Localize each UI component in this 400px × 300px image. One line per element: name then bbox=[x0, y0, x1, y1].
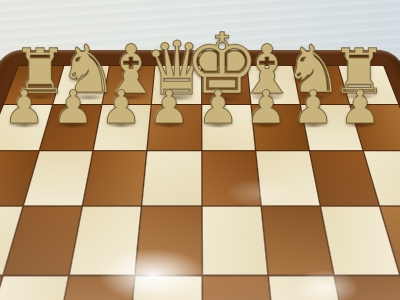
piece-layer: ♜♞♝♛♚♝♞♜♟♟♟♟♟♟♟♟ bbox=[0, 0, 400, 300]
piece-white-pawn-c7: ♟ bbox=[100, 84, 141, 130]
piece-white-pawn-e7: ♟ bbox=[197, 84, 238, 130]
piece-white-pawn-b7: ♟ bbox=[52, 84, 93, 130]
piece-white-pawn-h7: ♟ bbox=[339, 84, 380, 130]
piece-white-pawn-f7: ♟ bbox=[245, 84, 286, 130]
piece-white-pawn-a7: ♟ bbox=[3, 84, 44, 130]
piece-white-pawn-d7: ♟ bbox=[148, 84, 189, 130]
chess-photo-scene: ♜♞♝♛♚♝♞♜♟♟♟♟♟♟♟♟ bbox=[0, 0, 400, 300]
piece-white-pawn-g7: ♟ bbox=[292, 84, 333, 130]
